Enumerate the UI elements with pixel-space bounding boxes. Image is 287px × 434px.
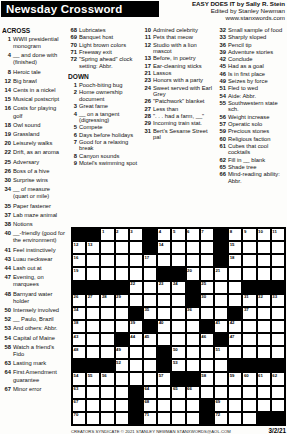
clue-item: 67Minor error bbox=[2, 386, 66, 393]
grid-cell[interactable] bbox=[115, 307, 129, 320]
grid-cell[interactable]: 48 bbox=[72, 346, 86, 359]
grid-cell[interactable]: 72 bbox=[214, 412, 228, 425]
grid-cell[interactable] bbox=[228, 386, 242, 399]
grid-cell[interactable]: 57 bbox=[157, 372, 171, 385]
grid-cell[interactable] bbox=[171, 333, 185, 346]
clue-number: 11 bbox=[142, 34, 153, 41]
grid-cell[interactable] bbox=[228, 346, 242, 359]
grid-cell[interactable] bbox=[186, 320, 200, 333]
grid-cell[interactable] bbox=[228, 399, 242, 412]
grid-cell[interactable] bbox=[200, 359, 214, 372]
grid-cell[interactable] bbox=[115, 320, 129, 333]
clue-item: 56Weight increase bbox=[217, 114, 286, 121]
grid-cell[interactable] bbox=[100, 346, 114, 359]
grid-cell[interactable]: 29 bbox=[115, 294, 129, 307]
cell-number: 45 bbox=[144, 334, 149, 339]
grid-cell[interactable]: 41 bbox=[214, 320, 228, 333]
grid-cell[interactable]: 9 bbox=[242, 228, 256, 241]
grid-cell[interactable] bbox=[214, 294, 228, 307]
clue-item: 68Lubricates bbox=[68, 27, 139, 34]
clue-item: 52__ Paulo, Brazil bbox=[2, 316, 66, 323]
grid-cell[interactable] bbox=[257, 333, 271, 346]
clue-number: 50 bbox=[2, 307, 13, 314]
grid-cell[interactable] bbox=[129, 359, 143, 372]
grid-cell[interactable]: 38 bbox=[72, 320, 86, 333]
grid-cell[interactable] bbox=[171, 241, 185, 254]
clue-number: 12 bbox=[2, 78, 13, 85]
grid-cell[interactable] bbox=[115, 412, 129, 425]
clue-number: 12 bbox=[142, 42, 153, 55]
grid-cell[interactable]: 34 bbox=[72, 307, 86, 320]
grid-cell[interactable]: 19 bbox=[72, 267, 86, 280]
grid-cell[interactable]: 32 bbox=[257, 294, 271, 307]
block-cell bbox=[214, 333, 228, 346]
grid-cell[interactable] bbox=[115, 399, 129, 412]
grid-cell[interactable] bbox=[242, 346, 256, 359]
clue-column-3: 10Admired celebrity11Pets that meow12Stu… bbox=[142, 27, 214, 226]
clue-item: 16Costs for playing golf bbox=[2, 105, 66, 119]
grid-cell[interactable] bbox=[271, 241, 285, 254]
clue-number: 70 bbox=[68, 42, 79, 49]
grid-cell[interactable] bbox=[271, 346, 285, 359]
grid-cell[interactable]: 46 bbox=[200, 333, 214, 346]
clue-item: 13Before, in poetry bbox=[142, 55, 214, 62]
grid-cell[interactable]: 22 bbox=[129, 281, 143, 294]
clue-number: 7 bbox=[68, 139, 79, 152]
block-cell bbox=[228, 307, 242, 320]
grid-cell[interactable] bbox=[157, 333, 171, 346]
clue-item: 69Banquet host bbox=[68, 34, 139, 41]
clue-number: 60 bbox=[217, 136, 228, 143]
clue-number: 62 bbox=[217, 157, 228, 164]
grid-cell[interactable]: 63 bbox=[72, 386, 86, 399]
grid-cell[interactable] bbox=[214, 386, 228, 399]
grid-cell[interactable] bbox=[115, 241, 129, 254]
grid-cell[interactable] bbox=[200, 307, 214, 320]
grid-cell[interactable] bbox=[186, 333, 200, 346]
grid-cell[interactable] bbox=[171, 412, 185, 425]
grid-cell[interactable] bbox=[157, 294, 171, 307]
grid-cell[interactable] bbox=[86, 399, 100, 412]
block-cell bbox=[214, 241, 228, 254]
grid-cell[interactable] bbox=[271, 254, 285, 267]
grid-cell[interactable] bbox=[171, 307, 185, 320]
grid-cell[interactable] bbox=[157, 412, 171, 425]
grid-cell[interactable]: 40 bbox=[157, 320, 171, 333]
website-link[interactable]: www.stanxwords.com bbox=[192, 15, 285, 22]
grid-cell[interactable]: 2 bbox=[115, 228, 129, 241]
grid-cell[interactable]: 26 bbox=[72, 294, 86, 307]
clue-text: Ear-cleaning sticks bbox=[153, 63, 214, 70]
clue-item: 8Canyon sounds bbox=[68, 153, 139, 160]
cell-number: 22 bbox=[130, 281, 135, 286]
grid-cell[interactable]: 59 bbox=[228, 372, 242, 385]
clue-text: Lasting mark bbox=[13, 360, 66, 367]
grid-cell[interactable]: 62 bbox=[271, 372, 285, 385]
grid-cell[interactable]: 12 bbox=[72, 241, 86, 254]
grid-cell[interactable] bbox=[100, 267, 114, 280]
grid-cell[interactable] bbox=[86, 412, 100, 425]
grid-cell[interactable] bbox=[100, 386, 114, 399]
grid-cell[interactable] bbox=[129, 372, 143, 385]
clue-number: 64 bbox=[2, 369, 13, 383]
clue-number: 44 bbox=[2, 265, 13, 272]
grid-cell[interactable]: 3 bbox=[129, 228, 143, 241]
grid-cell[interactable] bbox=[157, 399, 171, 412]
grid-cell[interactable] bbox=[129, 267, 143, 280]
clue-item: 47Evening, on marquees bbox=[2, 274, 66, 288]
cell-number: 39 bbox=[130, 320, 135, 325]
clue-item: 20Leisurely walks bbox=[2, 140, 66, 147]
clue-text: Costs for playing golf bbox=[13, 105, 66, 119]
grid-cell[interactable] bbox=[129, 294, 143, 307]
grid-cell[interactable]: 65 bbox=[171, 386, 185, 399]
clue-text: "Patchwork" blanket bbox=[153, 98, 214, 105]
grid-cell[interactable] bbox=[214, 359, 228, 372]
clue-number: 53 bbox=[2, 325, 13, 332]
cell-number: 24 bbox=[173, 281, 178, 286]
grid-cell[interactable] bbox=[157, 254, 171, 267]
cell-number: 16 bbox=[74, 255, 79, 260]
clue-item: 26Boss of a hive bbox=[2, 168, 66, 175]
clue-item: 17Ear-cleaning sticks bbox=[142, 63, 214, 70]
block-cell bbox=[171, 372, 185, 385]
clue-number: 35 bbox=[2, 203, 13, 210]
grid-cell[interactable]: 60 bbox=[242, 372, 256, 385]
grid-cell[interactable]: 68 bbox=[143, 399, 157, 412]
cell-number: 66 bbox=[187, 386, 192, 391]
clue-item: 36Pencil tip bbox=[217, 42, 286, 49]
grid-cell[interactable] bbox=[200, 386, 214, 399]
grid-cell[interactable] bbox=[171, 320, 185, 333]
grid-cell[interactable] bbox=[214, 372, 228, 385]
grid-cell[interactable] bbox=[200, 254, 214, 267]
grid-cell[interactable] bbox=[157, 307, 171, 320]
grid-cell[interactable] bbox=[214, 307, 228, 320]
grid-cell[interactable]: 43 bbox=[72, 333, 86, 346]
grid-cell[interactable] bbox=[257, 320, 271, 333]
clue-number: 18 bbox=[2, 122, 13, 129]
cell-number: 71 bbox=[144, 412, 149, 417]
grid-cell[interactable]: 35 bbox=[143, 307, 157, 320]
grid-cell[interactable] bbox=[143, 346, 157, 359]
grid-cell[interactable] bbox=[242, 386, 256, 399]
grid-cell[interactable]: 24 bbox=[171, 281, 185, 294]
grid-cell[interactable] bbox=[115, 267, 129, 280]
grid-cell[interactable] bbox=[115, 386, 129, 399]
clue-text: ". . . had a farm, __" bbox=[153, 113, 214, 120]
grid-cell[interactable] bbox=[228, 267, 242, 280]
grid-cell[interactable]: 51 bbox=[214, 346, 228, 359]
clue-text: Owl sound bbox=[13, 122, 66, 129]
grid-cell[interactable] bbox=[271, 333, 285, 346]
clue-item: 58Watch a friend's Fido bbox=[2, 344, 66, 358]
grid-cell[interactable] bbox=[228, 294, 242, 307]
grid-cell[interactable] bbox=[186, 399, 200, 412]
grid-cell[interactable]: 31 bbox=[242, 294, 256, 307]
grid-cell[interactable] bbox=[271, 399, 285, 412]
cell-number: 43 bbox=[74, 334, 79, 339]
clue-item: 8Heroic tale bbox=[2, 69, 66, 76]
clue-item: 19Grassland bbox=[2, 131, 66, 138]
grid-cell[interactable] bbox=[271, 267, 285, 280]
cell-number: 3 bbox=[130, 229, 132, 234]
grid-cell[interactable]: 54 bbox=[72, 372, 86, 385]
grid-cell[interactable]: 11 bbox=[271, 228, 285, 241]
grid-cell[interactable] bbox=[257, 346, 271, 359]
grid-cell[interactable]: 13 bbox=[86, 241, 100, 254]
clue-item: 30Surprise wins bbox=[2, 177, 66, 184]
grid-cell[interactable] bbox=[257, 254, 271, 267]
grid-cell[interactable]: 50 bbox=[171, 346, 185, 359]
grid-cell[interactable]: 20 bbox=[186, 267, 200, 280]
grid-cell[interactable]: 56 bbox=[100, 372, 114, 385]
grid-cell[interactable]: 28 bbox=[100, 294, 114, 307]
grid-cell[interactable]: 8 bbox=[228, 228, 242, 241]
grid-cell[interactable] bbox=[86, 386, 100, 399]
grid-cell[interactable]: 42 bbox=[228, 320, 242, 333]
grid-cell[interactable] bbox=[200, 346, 214, 359]
grid-cell[interactable]: 6 bbox=[186, 228, 200, 241]
grid-cell[interactable]: 69 bbox=[214, 399, 228, 412]
grid-cell[interactable]: 66 bbox=[186, 386, 200, 399]
cell-number: 29 bbox=[116, 294, 121, 299]
grid-cell[interactable]: 21 bbox=[214, 267, 228, 280]
grid-cell[interactable] bbox=[271, 320, 285, 333]
grid-cell[interactable] bbox=[143, 281, 157, 294]
grid-cell[interactable] bbox=[100, 333, 114, 346]
grid-cell[interactable]: 36 bbox=[186, 307, 200, 320]
clue-text: Sharply sloped bbox=[228, 34, 286, 41]
grid-cell[interactable] bbox=[86, 333, 100, 346]
grid-cell[interactable]: 16 bbox=[72, 254, 86, 267]
clue-number: 19 bbox=[2, 131, 13, 138]
clue-number: 31 bbox=[142, 128, 153, 141]
footer: CREATORS SYNDICATE © 2021 STANLEY NEWMAN… bbox=[71, 427, 286, 434]
grid-cell[interactable]: 47 bbox=[228, 333, 242, 346]
grid-cell[interactable]: 53 bbox=[171, 359, 185, 372]
grid-cell[interactable] bbox=[228, 281, 242, 294]
cell-number: 56 bbox=[102, 373, 107, 378]
grid-cell[interactable] bbox=[129, 241, 143, 254]
clue-item: 12Studio with a lion mascot bbox=[142, 42, 214, 55]
grid-cell[interactable]: 70 bbox=[72, 412, 86, 425]
grid-cell[interactable]: 33 bbox=[271, 294, 285, 307]
block-cell bbox=[143, 228, 157, 241]
grid-cell[interactable] bbox=[143, 294, 157, 307]
grid-cell[interactable]: 5 bbox=[171, 228, 185, 241]
clue-item: 32Small sample of food bbox=[217, 27, 286, 34]
grid-cell[interactable] bbox=[257, 241, 271, 254]
grid-cell[interactable] bbox=[171, 399, 185, 412]
grid-cell[interactable] bbox=[200, 241, 214, 254]
clue-item: 50Intensely involved bbox=[2, 307, 66, 314]
clue-text: "Spring ahead" clock setting: Abbr. bbox=[79, 56, 139, 69]
grid-cell[interactable] bbox=[115, 254, 129, 267]
cell-number: 38 bbox=[74, 320, 79, 325]
grid-cell[interactable] bbox=[100, 254, 114, 267]
cell-number: 57 bbox=[159, 373, 164, 378]
clue-text: Small sample of food bbox=[228, 27, 286, 34]
grid-cell[interactable] bbox=[86, 267, 100, 280]
grid-cell[interactable]: 23 bbox=[157, 281, 171, 294]
cell-number: 10 bbox=[258, 229, 263, 234]
grid-cell[interactable]: 14 bbox=[157, 241, 171, 254]
clue-number: 67 bbox=[2, 386, 13, 393]
grid-cell[interactable] bbox=[257, 267, 271, 280]
grid-cell[interactable] bbox=[100, 241, 114, 254]
grid-cell[interactable]: 44 bbox=[129, 333, 143, 346]
grid-cell[interactable] bbox=[242, 320, 256, 333]
grid-cell[interactable] bbox=[200, 267, 214, 280]
clue-number: 41 bbox=[2, 247, 13, 254]
grid-cell[interactable] bbox=[228, 412, 242, 425]
grid-cell[interactable]: 45 bbox=[143, 333, 157, 346]
clue-number: 72 bbox=[68, 56, 79, 69]
grid-cell[interactable] bbox=[242, 333, 256, 346]
clue-text: First Amendment guarantee bbox=[13, 369, 66, 383]
block-cell bbox=[186, 372, 200, 385]
grid-cell[interactable] bbox=[86, 346, 100, 359]
grid-cell[interactable] bbox=[271, 307, 285, 320]
grid-cell[interactable] bbox=[86, 307, 100, 320]
clue-number: 21 bbox=[142, 70, 153, 77]
grid-cell[interactable] bbox=[143, 267, 157, 280]
clue-item: 60Religious faction bbox=[217, 136, 286, 143]
cell-number: 61 bbox=[258, 373, 263, 378]
clue-text: Conclude bbox=[228, 56, 286, 63]
clue-number: 30 bbox=[2, 177, 13, 184]
grid-cell[interactable]: 55 bbox=[86, 372, 100, 385]
block-cell bbox=[143, 241, 157, 254]
grid-cell[interactable] bbox=[186, 359, 200, 372]
clue-text: Intensely involved bbox=[13, 307, 66, 314]
grid-cell[interactable] bbox=[86, 320, 100, 333]
cell-number: 42 bbox=[230, 320, 235, 325]
clue-number: 40 bbox=[2, 230, 13, 244]
grid-cell[interactable]: 61 bbox=[257, 372, 271, 385]
block-cell bbox=[271, 359, 285, 372]
grid-cell[interactable] bbox=[129, 346, 143, 359]
grid-cell[interactable]: 58 bbox=[200, 372, 214, 385]
grid-cell[interactable] bbox=[186, 241, 200, 254]
grid-cell[interactable] bbox=[242, 412, 256, 425]
block-cell bbox=[157, 359, 171, 372]
grid-cell[interactable] bbox=[129, 254, 143, 267]
grid-cell[interactable]: 1 bbox=[100, 228, 114, 241]
grid-cell[interactable]: 15 bbox=[228, 241, 242, 254]
clue-number: 57 bbox=[217, 121, 228, 128]
grid-cell[interactable]: 64 bbox=[143, 386, 157, 399]
clue-text: Pencil tip bbox=[228, 42, 286, 49]
clue-number: 36 bbox=[217, 42, 228, 49]
grid-cell[interactable] bbox=[242, 267, 256, 280]
grid-cell[interactable]: 49 bbox=[115, 346, 129, 359]
clue-text: Surprise wins bbox=[13, 177, 66, 184]
grid-cell[interactable] bbox=[171, 294, 185, 307]
grid-cell[interactable] bbox=[257, 307, 271, 320]
grid-cell[interactable]: 7 bbox=[200, 228, 214, 241]
grid-cell[interactable] bbox=[157, 386, 171, 399]
grid-cell[interactable] bbox=[143, 359, 157, 372]
block-cell bbox=[242, 281, 256, 294]
clue-number: 28 bbox=[142, 113, 153, 120]
grid-cell[interactable] bbox=[100, 320, 114, 333]
clue-item: 53And others: Abbr. bbox=[2, 325, 66, 332]
clue-text: Watch a friend's Fido bbox=[13, 344, 66, 358]
clue-text: Aide: Abbr. bbox=[228, 93, 286, 100]
clue-number: 52 bbox=[2, 316, 13, 323]
clue-text: Evening, on marquees bbox=[13, 274, 66, 288]
clue-text: Freeway exit bbox=[79, 49, 139, 56]
block-cell bbox=[171, 267, 185, 280]
grid-cell[interactable] bbox=[242, 254, 256, 267]
clue-text: Feel instinctively bbox=[13, 247, 66, 254]
cell-number: 18 bbox=[230, 255, 235, 260]
clue-number: 14 bbox=[2, 87, 13, 94]
grid-cell[interactable]: 4 bbox=[157, 228, 171, 241]
grid-cell[interactable] bbox=[242, 399, 256, 412]
grid-cell[interactable]: 30 bbox=[200, 294, 214, 307]
grid-cell[interactable] bbox=[257, 399, 271, 412]
grid-cell[interactable] bbox=[100, 399, 114, 412]
clue-item: 26"Patchwork" blanket bbox=[142, 98, 214, 105]
grid-cell[interactable] bbox=[242, 241, 256, 254]
grid-cell[interactable]: 25 bbox=[200, 281, 214, 294]
grid-cell[interactable] bbox=[186, 346, 200, 359]
grid-cell[interactable]: 10 bbox=[257, 228, 271, 241]
grid-cell[interactable] bbox=[214, 281, 228, 294]
grid-cell[interactable] bbox=[257, 386, 271, 399]
cell-number: 60 bbox=[244, 373, 249, 378]
grid-cell[interactable] bbox=[115, 372, 129, 385]
clue-text: Fill in __ blank bbox=[228, 157, 286, 164]
clue-column-1: ACROSS1WWII presidential monogram4__ and… bbox=[2, 27, 66, 431]
clue-text: Musical postscript bbox=[13, 96, 66, 103]
grid-cell[interactable]: 39 bbox=[129, 320, 143, 333]
grid-cell[interactable]: 52 bbox=[115, 359, 129, 372]
grid-cell[interactable]: 71 bbox=[143, 412, 157, 425]
grid-cell[interactable]: 17 bbox=[143, 254, 157, 267]
block-cell bbox=[143, 320, 157, 333]
across-heading: ACROSS bbox=[2, 27, 66, 34]
grid-cell[interactable] bbox=[186, 254, 200, 267]
clue-text: Pooch-biting bug bbox=[79, 82, 139, 89]
grid-cell[interactable]: 27 bbox=[86, 294, 100, 307]
clue-text: Good for a relaxing break bbox=[79, 139, 139, 152]
clue-text: Lab maze animal bbox=[13, 212, 66, 219]
block-cell bbox=[72, 281, 86, 294]
clue-number: 26 bbox=[142, 98, 153, 105]
grid-cell[interactable] bbox=[271, 386, 285, 399]
grid-cell[interactable] bbox=[186, 412, 200, 425]
clue-number: 1 bbox=[68, 82, 79, 89]
clue-item: 72"Spring ahead" clock setting: Abbr. bbox=[68, 56, 139, 69]
cell-number: 52 bbox=[116, 360, 121, 365]
grid-cell[interactable]: 18 bbox=[228, 254, 242, 267]
grid-cell[interactable] bbox=[100, 412, 114, 425]
clue-text: Heroic tale bbox=[13, 69, 66, 76]
cell-number: 34 bbox=[74, 307, 79, 312]
grid-cell[interactable] bbox=[171, 254, 185, 267]
grid-cell[interactable] bbox=[143, 372, 157, 385]
grid-cell[interactable] bbox=[86, 254, 100, 267]
cell-number: 32 bbox=[258, 294, 263, 299]
grid-cell[interactable] bbox=[100, 307, 114, 320]
block-cell bbox=[157, 346, 171, 359]
grid-cell[interactable]: 37 bbox=[242, 307, 256, 320]
grid-cell[interactable]: 67 bbox=[72, 399, 86, 412]
